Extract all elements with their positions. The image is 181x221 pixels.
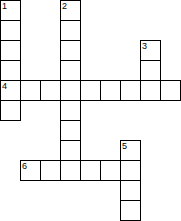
crossword-cell-r4c1[interactable] bbox=[20, 80, 41, 101]
clue-number-1: 1 bbox=[2, 1, 7, 11]
crossword-cell-r3c3[interactable] bbox=[60, 60, 81, 81]
clue-number-5: 5 bbox=[122, 141, 127, 151]
crossword-cell-r4c5[interactable] bbox=[100, 80, 121, 101]
crossword-cell-r1c3[interactable] bbox=[60, 20, 81, 41]
crossword-cell-r4c7[interactable] bbox=[140, 80, 161, 101]
crossword-cell-r5c0[interactable] bbox=[0, 100, 21, 121]
clue-number-6: 6 bbox=[22, 161, 27, 171]
crossword-cell-r2c7[interactable]: 3 bbox=[140, 40, 161, 61]
crossword-cell-r2c0[interactable] bbox=[0, 40, 21, 61]
crossword-cell-r5c3[interactable] bbox=[60, 100, 81, 121]
crossword-cell-r3c7[interactable] bbox=[140, 60, 161, 81]
crossword-cell-r4c0[interactable]: 4 bbox=[0, 80, 21, 101]
crossword-board: 123456 bbox=[0, 0, 181, 221]
clue-number-2: 2 bbox=[62, 1, 67, 11]
crossword-cell-r4c8[interactable] bbox=[160, 80, 181, 101]
crossword-cell-r2c3[interactable] bbox=[60, 40, 81, 61]
crossword-cell-r3c0[interactable] bbox=[0, 60, 21, 81]
crossword-cell-r4c2[interactable] bbox=[40, 80, 61, 101]
crossword-cell-r8c6[interactable] bbox=[120, 160, 141, 181]
crossword-cell-r4c6[interactable] bbox=[120, 80, 141, 101]
clue-number-3: 3 bbox=[142, 41, 147, 51]
crossword-cell-r7c3[interactable] bbox=[60, 140, 81, 161]
crossword-cell-r9c6[interactable] bbox=[120, 180, 141, 201]
crossword-cell-r6c3[interactable] bbox=[60, 120, 81, 141]
crossword-cell-r0c3[interactable]: 2 bbox=[60, 0, 81, 21]
crossword-cell-r4c4[interactable] bbox=[80, 80, 101, 101]
clue-number-4: 4 bbox=[2, 81, 7, 91]
crossword-cell-r8c5[interactable] bbox=[100, 160, 121, 181]
crossword-cell-r7c6[interactable]: 5 bbox=[120, 140, 141, 161]
crossword-cell-r8c2[interactable] bbox=[40, 160, 61, 181]
crossword-cell-r10c6[interactable] bbox=[120, 200, 141, 221]
crossword-cell-r1c0[interactable] bbox=[0, 20, 21, 41]
crossword-cell-r8c4[interactable] bbox=[80, 160, 101, 181]
crossword-cell-r8c1[interactable]: 6 bbox=[20, 160, 41, 181]
crossword-cell-r0c0[interactable]: 1 bbox=[0, 0, 21, 21]
crossword-cell-r4c3[interactable] bbox=[60, 80, 81, 101]
crossword-cell-r8c3[interactable] bbox=[60, 160, 81, 181]
